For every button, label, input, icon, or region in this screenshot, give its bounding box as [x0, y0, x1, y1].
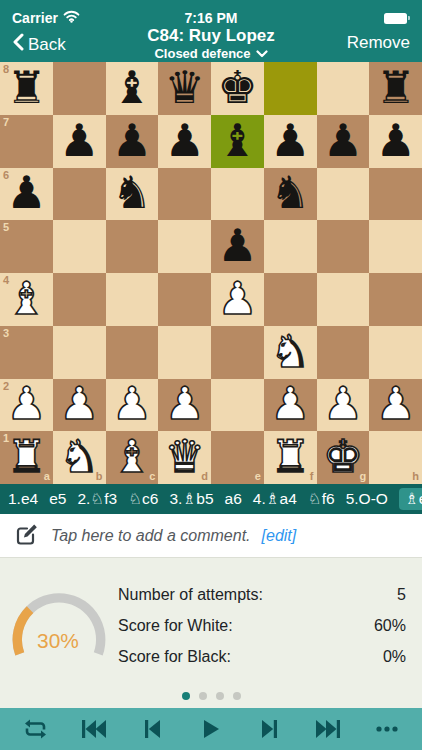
square-h4[interactable] — [369, 273, 422, 326]
score-gauge: 30% — [0, 568, 118, 684]
move-token-2[interactable]: 2.♘f3 — [77, 490, 117, 508]
page-dot-1[interactable] — [199, 692, 207, 700]
square-b5[interactable] — [53, 220, 106, 273]
black-knight-c6[interactable]: ♞ — [112, 170, 152, 215]
move-token-3[interactable]: ♘c6 — [128, 490, 158, 508]
step-forward-button[interactable] — [248, 711, 292, 747]
black-pawn-e5[interactable]: ♟ — [217, 223, 257, 268]
move-token-8[interactable]: 5.O-O — [346, 490, 388, 508]
square-a3[interactable]: 3 — [0, 326, 53, 379]
white-rook-a1[interactable]: ♜ — [6, 434, 46, 479]
white-pawn-g2[interactable]: ♟ — [323, 381, 363, 426]
white-king-g1[interactable]: ♚ — [323, 434, 363, 479]
white-pawn-h2[interactable]: ♟ — [375, 381, 415, 426]
playback-toolbar — [0, 708, 422, 750]
white-pawn-e4[interactable]: ♟ — [217, 276, 257, 321]
carrier-label: Carrier — [12, 10, 58, 26]
repeat-icon — [22, 717, 49, 741]
square-e5[interactable]: ♟ — [211, 220, 264, 273]
rank-label: 3 — [3, 328, 9, 339]
square-c2[interactable]: ♟ — [106, 379, 159, 432]
white-pawn-b2[interactable]: ♟ — [59, 381, 99, 426]
move-list: 1.e4e52.♘f3♘c63.♗b5a64.♗a4♘f65.O-O♗e7 — [0, 484, 422, 514]
skip-to-start-button[interactable] — [72, 711, 116, 747]
square-h6[interactable] — [369, 168, 422, 221]
square-e8[interactable]: ♚ — [211, 62, 264, 115]
square-g1[interactable]: g♚ — [317, 431, 370, 484]
square-f2[interactable]: ♟ — [264, 379, 317, 432]
square-a5[interactable]: 5 — [0, 220, 53, 273]
square-f6[interactable]: ♞ — [264, 168, 317, 221]
black-knight-f6[interactable]: ♞ — [270, 170, 310, 215]
white-bishop-a4[interactable]: ♝ — [6, 276, 46, 321]
stat-row: Score for White:60% — [118, 617, 406, 635]
stat-row: Score for Black:0% — [118, 648, 406, 666]
square-d8[interactable]: ♛ — [158, 62, 211, 115]
gauge-percent-label: 30% — [37, 629, 79, 652]
move-token-6[interactable]: 4.♗a4 — [253, 490, 297, 508]
square-h5[interactable] — [369, 220, 422, 273]
square-d2[interactable]: ♟ — [158, 379, 211, 432]
white-pawn-a2[interactable]: ♟ — [6, 381, 46, 426]
square-c5[interactable] — [106, 220, 159, 273]
stat-value: 5 — [397, 586, 406, 604]
square-h2[interactable]: ♟ — [369, 379, 422, 432]
chess-app: Carrier 7:16 PM Ba — [0, 0, 422, 750]
square-d6[interactable] — [158, 168, 211, 221]
white-knight-b1[interactable]: ♞ — [59, 434, 99, 479]
square-g7[interactable]: ♟ — [317, 115, 370, 168]
edit-comment-link[interactable]: [edit] — [262, 527, 297, 545]
square-a8[interactable]: 8♜ — [0, 62, 53, 115]
white-pawn-d2[interactable]: ♟ — [164, 381, 204, 426]
square-f8[interactable] — [264, 62, 317, 115]
white-bishop-c1[interactable]: ♝ — [112, 434, 152, 479]
square-e7[interactable]: ♝ — [211, 115, 264, 168]
stats-rows: Number of attempts:5Score for White:60%S… — [118, 568, 422, 684]
current-move[interactable]: ♗e7 — [399, 488, 422, 510]
subtitle-label: Closed defence — [154, 46, 250, 61]
black-queen-d8[interactable]: ♛ — [164, 65, 204, 110]
more-button[interactable] — [365, 711, 409, 747]
black-bishop-c8[interactable]: ♝ — [112, 65, 152, 110]
square-f1[interactable]: f♜ — [264, 431, 317, 484]
stat-label: Score for Black: — [118, 648, 231, 666]
rank-label: 5 — [3, 222, 9, 233]
move-token-7[interactable]: ♘f6 — [308, 490, 335, 508]
square-b6[interactable] — [53, 168, 106, 221]
chess-board[interactable]: 8♜♝♛♚♜7♟♟♟♝♟♟♟6♟♞♞5♟4♝♟3♞2♟♟♟♟♟♟♟1a♜b♞c♝… — [0, 62, 422, 484]
black-bishop-e7[interactable]: ♝ — [217, 118, 257, 163]
stat-label: Number of attempts: — [118, 586, 263, 604]
more-icon — [374, 717, 400, 741]
square-b2[interactable]: ♟ — [53, 379, 106, 432]
square-f4[interactable] — [264, 273, 317, 326]
square-e1[interactable]: e — [211, 431, 264, 484]
file-label: f — [310, 471, 314, 482]
repeat-button[interactable] — [13, 711, 57, 747]
square-d4[interactable] — [158, 273, 211, 326]
stat-row: Number of attempts:5 — [118, 586, 406, 604]
square-h1[interactable]: h — [369, 431, 422, 484]
square-d5[interactable] — [158, 220, 211, 273]
square-a7[interactable]: 7 — [0, 115, 53, 168]
white-rook-f1[interactable]: ♜ — [270, 434, 310, 479]
skip-to-end-button[interactable] — [306, 711, 350, 747]
battery-icon — [384, 13, 410, 24]
square-e3[interactable] — [211, 326, 264, 379]
square-g2[interactable]: ♟ — [317, 379, 370, 432]
page-dot-2[interactable] — [216, 692, 224, 700]
black-king-e8[interactable]: ♚ — [217, 65, 257, 110]
black-pawn-g7[interactable]: ♟ — [323, 118, 363, 163]
wifi-icon — [63, 10, 80, 26]
rank-label: 7 — [3, 117, 9, 128]
black-pawn-f7[interactable]: ♟ — [270, 118, 310, 163]
stat-value: 60% — [374, 617, 406, 635]
square-a1[interactable]: 1a♜ — [0, 431, 53, 484]
square-a4[interactable]: 4♝ — [0, 273, 53, 326]
black-pawn-a6[interactable]: ♟ — [6, 170, 46, 215]
stat-value: 0% — [383, 648, 406, 666]
file-label: h — [412, 471, 419, 482]
square-e6[interactable] — [211, 168, 264, 221]
black-pawn-b7[interactable]: ♟ — [59, 118, 99, 163]
step-back-icon — [142, 718, 162, 740]
square-b7[interactable]: ♟ — [53, 115, 106, 168]
move-token-0[interactable]: 1.e4 — [8, 490, 38, 508]
square-b3[interactable] — [53, 326, 106, 379]
square-d3[interactable] — [158, 326, 211, 379]
black-pawn-c7[interactable]: ♟ — [112, 118, 152, 163]
square-e4[interactable]: ♟ — [211, 273, 264, 326]
square-e2[interactable] — [211, 379, 264, 432]
step-back-button[interactable] — [130, 711, 174, 747]
page-dot-0[interactable] — [182, 692, 190, 700]
step-forward-icon — [260, 718, 280, 740]
square-d1[interactable]: d♛ — [158, 431, 211, 484]
square-b8[interactable] — [53, 62, 106, 115]
white-knight-f3[interactable]: ♞ — [270, 329, 310, 374]
page-indicator[interactable] — [0, 684, 422, 708]
white-pawn-f2[interactable]: ♟ — [270, 381, 310, 426]
skip-to-end-icon — [314, 718, 342, 740]
square-f5[interactable] — [264, 220, 317, 273]
square-g6[interactable] — [317, 168, 370, 221]
page-dot-3[interactable] — [233, 692, 241, 700]
black-rook-h8[interactable]: ♜ — [375, 65, 415, 110]
file-label: e — [255, 471, 261, 482]
square-g5[interactable] — [317, 220, 370, 273]
square-c8[interactable]: ♝ — [106, 62, 159, 115]
status-bar: Carrier 7:16 PM — [0, 0, 422, 30]
square-b1[interactable]: b♞ — [53, 431, 106, 484]
square-c3[interactable] — [106, 326, 159, 379]
square-h7[interactable]: ♟ — [369, 115, 422, 168]
header: Carrier 7:16 PM Ba — [0, 0, 422, 62]
square-c4[interactable] — [106, 273, 159, 326]
opening-variation-selector[interactable]: Closed defence — [0, 46, 422, 61]
skip-to-start-icon — [80, 718, 108, 740]
move-token-4[interactable]: 3.♗b5 — [169, 490, 213, 508]
square-g4[interactable] — [317, 273, 370, 326]
comment-row[interactable]: Tap here to add a comment. [edit] — [0, 514, 422, 557]
move-token-1[interactable]: e5 — [49, 490, 66, 508]
square-h8[interactable]: ♜ — [369, 62, 422, 115]
white-queen-d1[interactable]: ♛ — [164, 434, 204, 479]
white-pawn-c2[interactable]: ♟ — [112, 381, 152, 426]
square-f7[interactable]: ♟ — [264, 115, 317, 168]
square-c1[interactable]: c♝ — [106, 431, 159, 484]
chevron-down-icon — [256, 46, 268, 61]
square-d7[interactable]: ♟ — [158, 115, 211, 168]
square-g3[interactable] — [317, 326, 370, 379]
edit-note-icon — [14, 521, 40, 551]
black-pawn-d7[interactable]: ♟ — [164, 118, 204, 163]
stats-panel: 30% Number of attempts:5Score for White:… — [0, 557, 422, 708]
comment-placeholder: Tap here to add a comment. — [51, 527, 251, 545]
nav-bar: Back C84: Ruy Lopez Closed defence Remov… — [0, 30, 422, 62]
square-h3[interactable] — [369, 326, 422, 379]
stat-label: Score for White: — [118, 617, 233, 635]
play-button[interactable] — [189, 711, 233, 747]
square-c6[interactable]: ♞ — [106, 168, 159, 221]
black-rook-a8[interactable]: ♜ — [6, 65, 46, 110]
clock: 7:16 PM — [132, 10, 290, 26]
square-b4[interactable] — [53, 273, 106, 326]
move-token-5[interactable]: a6 — [225, 490, 242, 508]
play-icon — [201, 717, 221, 741]
square-f3[interactable]: ♞ — [264, 326, 317, 379]
black-pawn-h7[interactable]: ♟ — [375, 118, 415, 163]
square-g8[interactable] — [317, 62, 370, 115]
square-a6[interactable]: 6♟ — [0, 168, 53, 221]
square-c7[interactable]: ♟ — [106, 115, 159, 168]
square-a2[interactable]: 2♟ — [0, 379, 53, 432]
